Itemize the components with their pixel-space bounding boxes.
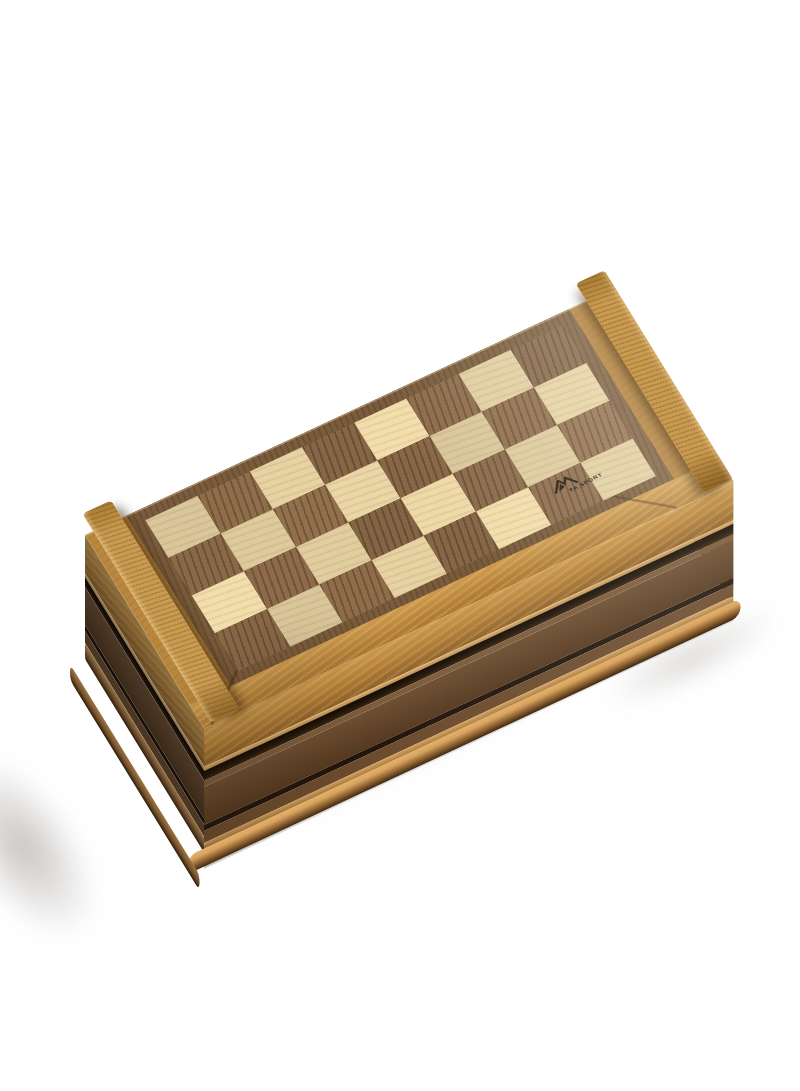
product-photo-scene: TA SPORT® [0, 0, 800, 1091]
cast-shadow-left [0, 730, 128, 965]
